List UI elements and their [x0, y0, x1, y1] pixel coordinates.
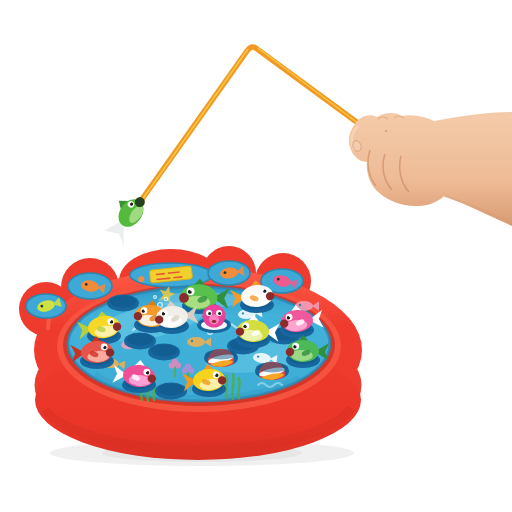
hand-layer	[349, 112, 512, 226]
fishing-rod[interactable]	[140, 47, 377, 202]
toe-mid-right	[208, 261, 250, 285]
empty-hole	[107, 295, 139, 312]
empty-hole	[148, 344, 180, 361]
toy-scene-svg	[0, 0, 512, 512]
toe-far-left	[26, 294, 66, 318]
toe-left	[68, 273, 112, 299]
rod-layer	[99, 47, 377, 246]
fishing-game-photo	[0, 0, 512, 512]
empty-hole	[155, 383, 187, 400]
child-hand	[349, 112, 512, 226]
